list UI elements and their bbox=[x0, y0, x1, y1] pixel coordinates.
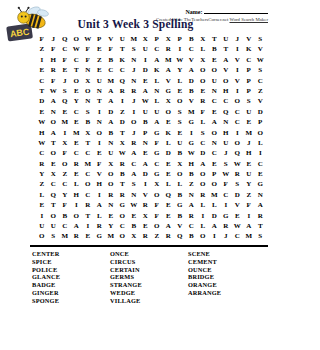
grid-cell-r19c7[interactable]: Y bbox=[105, 221, 117, 231]
grid-cell-r2c15[interactable]: L bbox=[197, 44, 209, 54]
grid-cell-r19c3[interactable]: C bbox=[59, 221, 71, 231]
grid-cell-r18c3[interactable]: B bbox=[59, 211, 71, 221]
grid-cell-r9c4[interactable]: E bbox=[71, 117, 83, 127]
grid-cell-r7c17[interactable]: C bbox=[220, 96, 232, 106]
grid-cell-r18c20[interactable]: R bbox=[255, 211, 267, 221]
grid-cell-r14c4[interactable]: E bbox=[71, 169, 83, 179]
grid-cell-r2c19[interactable]: K bbox=[243, 44, 255, 54]
grid-cell-r20c13[interactable]: Q bbox=[174, 231, 186, 241]
grid-cell-r9c20[interactable]: P bbox=[255, 117, 267, 127]
grid-cell-r16c17[interactable]: C bbox=[220, 190, 232, 200]
grid-cell-r18c6[interactable]: L bbox=[94, 211, 106, 221]
grid-cell-r15c20[interactable]: G bbox=[255, 179, 267, 189]
grid-cell-r1c2[interactable]: J bbox=[48, 34, 60, 44]
grid-cell-r9c15[interactable]: L bbox=[197, 117, 209, 127]
grid-cell-r1c8[interactable]: U bbox=[117, 34, 129, 44]
grid-cell-r11c11[interactable]: F bbox=[151, 138, 163, 148]
grid-cell-r16c9[interactable]: N bbox=[128, 190, 140, 200]
grid-cell-r1c16[interactable]: T bbox=[209, 34, 221, 44]
grid-cell-r14c20[interactable]: E bbox=[255, 169, 267, 179]
grid-cell-r7c19[interactable]: S bbox=[243, 96, 255, 106]
grid-cell-r20c20[interactable]: S bbox=[255, 231, 267, 241]
grid-cell-r17c4[interactable]: I bbox=[71, 200, 83, 210]
grid-cell-r16c15[interactable]: R bbox=[197, 190, 209, 200]
grid-cell-r1c20[interactable]: S bbox=[255, 34, 267, 44]
grid-cell-r19c6[interactable]: R bbox=[94, 221, 106, 231]
grid-cell-r17c8[interactable]: G bbox=[117, 200, 129, 210]
grid-cell-r2c2[interactable]: F bbox=[48, 44, 60, 54]
grid-cell-r17c12[interactable]: E bbox=[163, 200, 175, 210]
grid-cell-r17c7[interactable]: N bbox=[105, 200, 117, 210]
grid-cell-r8c7[interactable]: D bbox=[105, 107, 117, 117]
grid-cell-r7c6[interactable]: T bbox=[94, 96, 106, 106]
grid-cell-r15c3[interactable]: C bbox=[59, 179, 71, 189]
grid-cell-r3c3[interactable]: F bbox=[59, 55, 71, 65]
grid-cell-r5c12[interactable]: V bbox=[163, 76, 175, 86]
grid-cell-r6c2[interactable]: W bbox=[48, 86, 60, 96]
grid-cell-r4c5[interactable]: N bbox=[82, 65, 94, 75]
grid-cell-r8c4[interactable]: C bbox=[71, 107, 83, 117]
grid-cell-r14c11[interactable]: G bbox=[151, 169, 163, 179]
grid-cell-r11c20[interactable]: L bbox=[255, 138, 267, 148]
grid-cell-r19c8[interactable]: C bbox=[117, 221, 129, 231]
grid-cell-r1c18[interactable]: J bbox=[232, 34, 244, 44]
grid-cell-r16c20[interactable]: N bbox=[255, 190, 267, 200]
grid-cell-r8c9[interactable]: I bbox=[128, 107, 140, 117]
grid-cell-r17c14[interactable]: A bbox=[186, 200, 198, 210]
grid-cell-r4c15[interactable]: O bbox=[197, 65, 209, 75]
grid-cell-r6c16[interactable]: N bbox=[209, 86, 221, 96]
grid-cell-r13c11[interactable]: C bbox=[151, 159, 163, 169]
grid-cell-r6c7[interactable]: A bbox=[105, 86, 117, 96]
grid-cell-r1c6[interactable]: P bbox=[94, 34, 106, 44]
grid-cell-r20c7[interactable]: M bbox=[105, 231, 117, 241]
grid-cell-r17c18[interactable]: V bbox=[232, 200, 244, 210]
grid-cell-r4c14[interactable]: A bbox=[186, 65, 198, 75]
grid-cell-r11c9[interactable]: R bbox=[128, 138, 140, 148]
grid-cell-r12c5[interactable]: C bbox=[82, 148, 94, 158]
grid-cell-r2c5[interactable]: F bbox=[82, 44, 94, 54]
grid-cell-r10c12[interactable]: K bbox=[163, 128, 175, 138]
grid-cell-r12c10[interactable]: E bbox=[140, 148, 152, 158]
grid-cell-r4c17[interactable]: V bbox=[220, 65, 232, 75]
grid-cell-r18c9[interactable]: E bbox=[128, 211, 140, 221]
grid-cell-r4c20[interactable]: S bbox=[255, 65, 267, 75]
grid-cell-r15c9[interactable]: S bbox=[128, 179, 140, 189]
grid-cell-r15c10[interactable]: I bbox=[140, 179, 152, 189]
grid-cell-r5c5[interactable]: X bbox=[82, 76, 94, 86]
grid-cell-r11c4[interactable]: E bbox=[71, 138, 83, 148]
grid-cell-r13c7[interactable]: X bbox=[105, 159, 117, 169]
grid-cell-r11c3[interactable]: X bbox=[59, 138, 71, 148]
grid-cell-r18c1[interactable]: I bbox=[36, 211, 48, 221]
grid-cell-r20c11[interactable]: Z bbox=[151, 231, 163, 241]
grid-cell-r9c18[interactable]: C bbox=[232, 117, 244, 127]
grid-cell-r9c10[interactable]: B bbox=[140, 117, 152, 127]
grid-cell-r3c9[interactable]: N bbox=[128, 55, 140, 65]
grid-cell-r15c13[interactable]: L bbox=[174, 179, 186, 189]
grid-cell-r11c7[interactable]: N bbox=[105, 138, 117, 148]
grid-cell-r14c16[interactable]: P bbox=[209, 169, 221, 179]
grid-cell-r5c14[interactable]: D bbox=[186, 76, 198, 86]
grid-cell-r13c14[interactable]: H bbox=[186, 159, 198, 169]
grid-cell-r9c9[interactable]: O bbox=[128, 117, 140, 127]
grid-cell-r15c6[interactable]: H bbox=[94, 179, 106, 189]
grid-cell-r4c16[interactable]: O bbox=[209, 65, 221, 75]
grid-cell-r10c2[interactable]: A bbox=[48, 128, 60, 138]
grid-cell-r4c19[interactable]: P bbox=[243, 65, 255, 75]
grid-cell-r10c15[interactable]: S bbox=[197, 128, 209, 138]
grid-cell-r16c8[interactable]: R bbox=[117, 190, 129, 200]
grid-cell-r14c7[interactable]: O bbox=[105, 169, 117, 179]
grid-cell-r19c18[interactable]: W bbox=[232, 221, 244, 231]
grid-cell-r7c8[interactable]: I bbox=[117, 96, 129, 106]
grid-cell-r12c20[interactable]: I bbox=[255, 148, 267, 158]
grid-cell-r4c4[interactable]: T bbox=[71, 65, 83, 75]
grid-cell-r8c12[interactable]: O bbox=[163, 107, 175, 117]
grid-cell-r13c2[interactable]: E bbox=[48, 159, 60, 169]
grid-cell-r8c1[interactable]: E bbox=[36, 107, 48, 117]
grid-cell-r12c3[interactable]: F bbox=[59, 148, 71, 158]
grid-cell-r2c1[interactable]: Z bbox=[36, 44, 48, 54]
grid-cell-r9c3[interactable]: M bbox=[59, 117, 71, 127]
grid-cell-r15c4[interactable]: L bbox=[71, 179, 83, 189]
grid-cell-r10c14[interactable]: I bbox=[186, 128, 198, 138]
grid-cell-r6c13[interactable]: E bbox=[174, 86, 186, 96]
grid-cell-r9c5[interactable]: B bbox=[82, 117, 94, 127]
grid-cell-r5c8[interactable]: Q bbox=[117, 76, 129, 86]
grid-cell-r9c2[interactable]: O bbox=[48, 117, 60, 127]
grid-cell-r4c9[interactable]: J bbox=[128, 65, 140, 75]
grid-cell-r6c19[interactable]: P bbox=[243, 86, 255, 96]
grid-cell-r4c6[interactable]: E bbox=[94, 65, 106, 75]
grid-cell-r13c9[interactable]: C bbox=[128, 159, 140, 169]
word-search-grid[interactable]: FJQOWPVUMXPXPBXTUJVSZFCWFEFTSUCRICLBTIKV… bbox=[36, 34, 266, 242]
grid-cell-r12c11[interactable]: G bbox=[151, 148, 163, 158]
grid-cell-r1c5[interactable]: W bbox=[82, 34, 94, 44]
grid-cell-r11c10[interactable]: N bbox=[140, 138, 152, 148]
grid-cell-r2c7[interactable]: F bbox=[105, 44, 117, 54]
grid-cell-r10c13[interactable]: E bbox=[174, 128, 186, 138]
grid-cell-r14c15[interactable]: O bbox=[197, 169, 209, 179]
grid-cell-r19c17[interactable]: R bbox=[220, 221, 232, 231]
grid-cell-r20c5[interactable]: E bbox=[82, 231, 94, 241]
grid-cell-r11c8[interactable]: X bbox=[117, 138, 129, 148]
name-blank-line[interactable] bbox=[204, 7, 268, 14]
grid-cell-r11c14[interactable]: G bbox=[186, 138, 198, 148]
grid-cell-r16c7[interactable]: R bbox=[105, 190, 117, 200]
grid-cell-r2c4[interactable]: W bbox=[71, 44, 83, 54]
grid-cell-r12c19[interactable]: H bbox=[243, 148, 255, 158]
grid-cell-r7c3[interactable]: Q bbox=[59, 96, 71, 106]
grid-cell-r4c18[interactable]: I bbox=[232, 65, 244, 75]
grid-cell-r13c3[interactable]: O bbox=[59, 159, 71, 169]
grid-cell-r17c2[interactable]: T bbox=[48, 200, 60, 210]
grid-cell-r1c12[interactable]: X bbox=[163, 34, 175, 44]
grid-cell-r13c16[interactable]: E bbox=[209, 159, 221, 169]
grid-cell-r3c7[interactable]: B bbox=[105, 55, 117, 65]
grid-cell-r17c19[interactable]: F bbox=[243, 200, 255, 210]
grid-cell-r14c2[interactable]: X bbox=[48, 169, 60, 179]
grid-cell-r6c8[interactable]: R bbox=[117, 86, 129, 96]
grid-cell-r5c17[interactable]: O bbox=[220, 76, 232, 86]
grid-cell-r16c16[interactable]: M bbox=[209, 190, 221, 200]
grid-cell-r17c16[interactable]: L bbox=[209, 200, 221, 210]
grid-cell-r18c17[interactable]: G bbox=[220, 211, 232, 221]
grid-cell-r17c9[interactable]: W bbox=[128, 200, 140, 210]
grid-cell-r17c15[interactable]: L bbox=[197, 200, 209, 210]
grid-cell-r6c11[interactable]: N bbox=[151, 86, 163, 96]
grid-cell-r19c4[interactable]: A bbox=[71, 221, 83, 231]
grid-cell-r1c7[interactable]: V bbox=[105, 34, 117, 44]
grid-cell-r14c14[interactable]: B bbox=[186, 169, 198, 179]
grid-cell-r8c17[interactable]: Q bbox=[220, 107, 232, 117]
grid-cell-r11c12[interactable]: L bbox=[163, 138, 175, 148]
grid-cell-r5c7[interactable]: M bbox=[105, 76, 117, 86]
grid-cell-r20c18[interactable]: C bbox=[232, 231, 244, 241]
grid-cell-r2c8[interactable]: T bbox=[117, 44, 129, 54]
grid-cell-r3c5[interactable]: F bbox=[82, 55, 94, 65]
grid-cell-r6c1[interactable]: T bbox=[36, 86, 48, 96]
grid-cell-r6c5[interactable]: O bbox=[82, 86, 94, 96]
grid-cell-r7c11[interactable]: L bbox=[151, 96, 163, 106]
grid-cell-r16c4[interactable]: H bbox=[71, 190, 83, 200]
grid-cell-r16c14[interactable]: N bbox=[186, 190, 198, 200]
grid-cell-r3c4[interactable]: C bbox=[71, 55, 83, 65]
grid-cell-r3c8[interactable]: K bbox=[117, 55, 129, 65]
grid-cell-r9c11[interactable]: A bbox=[151, 117, 163, 127]
grid-cell-r5c6[interactable]: U bbox=[94, 76, 106, 86]
grid-cell-r6c15[interactable]: E bbox=[197, 86, 209, 96]
grid-cell-r8c10[interactable]: U bbox=[140, 107, 152, 117]
grid-cell-r6c9[interactable]: R bbox=[128, 86, 140, 96]
grid-cell-r9c7[interactable]: A bbox=[105, 117, 117, 127]
grid-cell-r12c8[interactable]: W bbox=[117, 148, 129, 158]
grid-cell-r2c17[interactable]: T bbox=[220, 44, 232, 54]
grid-cell-r1c14[interactable]: B bbox=[186, 34, 198, 44]
grid-cell-r18c10[interactable]: X bbox=[140, 211, 152, 221]
grid-cell-r9c17[interactable]: N bbox=[220, 117, 232, 127]
grid-cell-r11c5[interactable]: T bbox=[82, 138, 94, 148]
grid-cell-r13c17[interactable]: S bbox=[220, 159, 232, 169]
grid-cell-r13c18[interactable]: W bbox=[232, 159, 244, 169]
grid-cell-r5c16[interactable]: U bbox=[209, 76, 221, 86]
grid-cell-r16c5[interactable]: C bbox=[82, 190, 94, 200]
grid-cell-r12c12[interactable]: D bbox=[163, 148, 175, 158]
grid-cell-r5c19[interactable]: P bbox=[243, 76, 255, 86]
grid-cell-r7c16[interactable]: C bbox=[209, 96, 221, 106]
grid-cell-r16c18[interactable]: D bbox=[232, 190, 244, 200]
grid-cell-r10c20[interactable]: O bbox=[255, 128, 267, 138]
grid-cell-r7c15[interactable]: R bbox=[197, 96, 209, 106]
grid-cell-r3c6[interactable]: Z bbox=[94, 55, 106, 65]
grid-cell-r16c12[interactable]: Q bbox=[163, 190, 175, 200]
grid-cell-r15c11[interactable]: X bbox=[151, 179, 163, 189]
grid-cell-r3c1[interactable]: I bbox=[36, 55, 48, 65]
grid-cell-r12c6[interactable]: E bbox=[94, 148, 106, 158]
grid-cell-r6c10[interactable]: A bbox=[140, 86, 152, 96]
grid-cell-r3c11[interactable]: A bbox=[151, 55, 163, 65]
grid-cell-r20c14[interactable]: B bbox=[186, 231, 198, 241]
grid-cell-r8c5[interactable]: S bbox=[82, 107, 94, 117]
grid-cell-r19c16[interactable]: A bbox=[209, 221, 221, 231]
grid-cell-r14c18[interactable]: R bbox=[232, 169, 244, 179]
grid-cell-r15c14[interactable]: Z bbox=[186, 179, 198, 189]
grid-cell-r3c19[interactable]: C bbox=[243, 55, 255, 65]
grid-cell-r11c16[interactable]: N bbox=[209, 138, 221, 148]
grid-cell-r4c8[interactable]: C bbox=[117, 65, 129, 75]
grid-cell-r11c18[interactable]: O bbox=[232, 138, 244, 148]
grid-cell-r18c8[interactable]: O bbox=[117, 211, 129, 221]
grid-cell-r19c2[interactable]: U bbox=[48, 221, 60, 231]
grid-cell-r14c13[interactable]: O bbox=[174, 169, 186, 179]
grid-cell-r19c10[interactable]: E bbox=[140, 221, 152, 231]
grid-cell-r13c15[interactable]: A bbox=[197, 159, 209, 169]
grid-cell-r2c3[interactable]: C bbox=[59, 44, 71, 54]
grid-cell-r19c5[interactable]: I bbox=[82, 221, 94, 231]
grid-cell-r9c1[interactable]: W bbox=[36, 117, 48, 127]
grid-cell-r20c2[interactable]: S bbox=[48, 231, 60, 241]
grid-cell-r9c12[interactable]: E bbox=[163, 117, 175, 127]
grid-cell-r10c17[interactable]: H bbox=[220, 128, 232, 138]
grid-cell-r20c4[interactable]: R bbox=[71, 231, 83, 241]
grid-cell-r13c6[interactable]: F bbox=[94, 159, 106, 169]
grid-cell-r11c2[interactable]: T bbox=[48, 138, 60, 148]
grid-cell-r11c13[interactable]: U bbox=[174, 138, 186, 148]
grid-cell-r5c10[interactable]: E bbox=[140, 76, 152, 86]
grid-cell-r15c18[interactable]: S bbox=[232, 179, 244, 189]
grid-cell-r2c13[interactable]: I bbox=[174, 44, 186, 54]
grid-cell-r3c10[interactable]: I bbox=[140, 55, 152, 65]
grid-cell-r18c19[interactable]: I bbox=[243, 211, 255, 221]
grid-cell-r3c14[interactable]: V bbox=[186, 55, 198, 65]
grid-cell-r14c6[interactable]: V bbox=[94, 169, 106, 179]
grid-cell-r15c5[interactable]: O bbox=[82, 179, 94, 189]
grid-cell-r7c10[interactable]: W bbox=[140, 96, 152, 106]
grid-cell-r6c17[interactable]: H bbox=[220, 86, 232, 96]
grid-cell-r1c10[interactable]: X bbox=[140, 34, 152, 44]
grid-cell-r7c7[interactable]: A bbox=[105, 96, 117, 106]
grid-cell-r8c8[interactable]: Z bbox=[117, 107, 129, 117]
grid-cell-r10c18[interactable]: I bbox=[232, 128, 244, 138]
grid-cell-r8c14[interactable]: M bbox=[186, 107, 198, 117]
grid-cell-r17c17[interactable]: I bbox=[220, 200, 232, 210]
grid-cell-r20c19[interactable]: M bbox=[243, 231, 255, 241]
grid-cell-r4c7[interactable]: C bbox=[105, 65, 117, 75]
grid-cell-r13c12[interactable]: E bbox=[163, 159, 175, 169]
grid-cell-r12c4[interactable]: C bbox=[71, 148, 83, 158]
grid-cell-r19c14[interactable]: C bbox=[186, 221, 198, 231]
grid-cell-r6c18[interactable]: I bbox=[232, 86, 244, 96]
grid-cell-r9c14[interactable]: G bbox=[186, 117, 198, 127]
grid-cell-r1c15[interactable]: X bbox=[197, 34, 209, 44]
grid-cell-r20c10[interactable]: R bbox=[140, 231, 152, 241]
grid-cell-r7c5[interactable]: N bbox=[82, 96, 94, 106]
grid-cell-r4c10[interactable]: D bbox=[140, 65, 152, 75]
grid-cell-r15c7[interactable]: O bbox=[105, 179, 117, 189]
grid-cell-r1c19[interactable]: V bbox=[243, 34, 255, 44]
grid-cell-r18c16[interactable]: D bbox=[209, 211, 221, 221]
grid-cell-r17c20[interactable]: A bbox=[255, 200, 267, 210]
grid-cell-r12c1[interactable]: C bbox=[36, 148, 48, 158]
grid-cell-r19c1[interactable]: U bbox=[36, 221, 48, 231]
grid-cell-r2c20[interactable]: V bbox=[255, 44, 267, 54]
grid-cell-r15c19[interactable]: Y bbox=[243, 179, 255, 189]
grid-cell-r16c19[interactable]: Z bbox=[243, 190, 255, 200]
grid-cell-r7c4[interactable]: Y bbox=[71, 96, 83, 106]
grid-cell-r16c10[interactable]: V bbox=[140, 190, 152, 200]
grid-cell-r2c14[interactable]: C bbox=[186, 44, 198, 54]
grid-cell-r18c2[interactable]: O bbox=[48, 211, 60, 221]
grid-cell-r3c20[interactable]: W bbox=[255, 55, 267, 65]
grid-cell-r4c12[interactable]: A bbox=[163, 65, 175, 75]
grid-cell-r7c9[interactable]: J bbox=[128, 96, 140, 106]
grid-cell-r8c2[interactable]: N bbox=[48, 107, 60, 117]
grid-cell-r4c13[interactable]: Y bbox=[174, 65, 186, 75]
grid-cell-r18c13[interactable]: B bbox=[174, 211, 186, 221]
grid-cell-r4c2[interactable]: R bbox=[48, 65, 60, 75]
grid-cell-r19c13[interactable]: V bbox=[174, 221, 186, 231]
grid-cell-r10c5[interactable]: X bbox=[82, 128, 94, 138]
grid-cell-r9c13[interactable]: S bbox=[174, 117, 186, 127]
grid-cell-r14c5[interactable]: C bbox=[82, 169, 94, 179]
grid-cell-r20c8[interactable]: O bbox=[117, 231, 129, 241]
grid-cell-r4c11[interactable]: K bbox=[151, 65, 163, 75]
grid-cell-r15c8[interactable]: T bbox=[117, 179, 129, 189]
grid-cell-r5c1[interactable]: C bbox=[36, 76, 48, 86]
grid-cell-r16c11[interactable]: O bbox=[151, 190, 163, 200]
grid-cell-r11c19[interactable]: J bbox=[243, 138, 255, 148]
grid-cell-r14c10[interactable]: D bbox=[140, 169, 152, 179]
grid-cell-r12c18[interactable]: Q bbox=[232, 148, 244, 158]
grid-cell-r4c1[interactable]: E bbox=[36, 65, 48, 75]
grid-cell-r1c17[interactable]: U bbox=[220, 34, 232, 44]
grid-cell-r3c12[interactable]: M bbox=[163, 55, 175, 65]
grid-cell-r6c3[interactable]: S bbox=[59, 86, 71, 96]
grid-cell-r15c2[interactable]: C bbox=[48, 179, 60, 189]
grid-cell-r6c6[interactable]: N bbox=[94, 86, 106, 96]
grid-cell-r2c6[interactable]: E bbox=[94, 44, 106, 54]
grid-cell-r18c5[interactable]: T bbox=[82, 211, 94, 221]
grid-cell-r5c13[interactable]: L bbox=[174, 76, 186, 86]
grid-cell-r20c3[interactable]: M bbox=[59, 231, 71, 241]
grid-cell-r12c15[interactable]: D bbox=[197, 148, 209, 158]
grid-cell-r14c9[interactable]: A bbox=[128, 169, 140, 179]
grid-cell-r18c12[interactable]: E bbox=[163, 211, 175, 221]
grid-cell-r1c11[interactable]: P bbox=[151, 34, 163, 44]
grid-cell-r14c1[interactable]: Y bbox=[36, 169, 48, 179]
grid-cell-r8c20[interactable]: D bbox=[255, 107, 267, 117]
grid-cell-r2c11[interactable]: C bbox=[151, 44, 163, 54]
grid-cell-r20c6[interactable]: G bbox=[94, 231, 106, 241]
grid-cell-r6c12[interactable]: G bbox=[163, 86, 175, 96]
grid-cell-r19c12[interactable]: A bbox=[163, 221, 175, 231]
grid-cell-r5c4[interactable]: O bbox=[71, 76, 83, 86]
grid-cell-r7c20[interactable]: V bbox=[255, 96, 267, 106]
grid-cell-r20c17[interactable]: J bbox=[220, 231, 232, 241]
grid-cell-r17c5[interactable]: R bbox=[82, 200, 94, 210]
grid-cell-r12c7[interactable]: U bbox=[105, 148, 117, 158]
grid-cell-r14c19[interactable]: U bbox=[243, 169, 255, 179]
grid-cell-r16c13[interactable]: B bbox=[174, 190, 186, 200]
grid-cell-r17c6[interactable]: A bbox=[94, 200, 106, 210]
grid-cell-r1c9[interactable]: M bbox=[128, 34, 140, 44]
grid-cell-r6c14[interactable]: B bbox=[186, 86, 198, 96]
grid-cell-r14c17[interactable]: W bbox=[220, 169, 232, 179]
grid-cell-r5c11[interactable]: L bbox=[151, 76, 163, 86]
grid-cell-r3c15[interactable]: X bbox=[197, 55, 209, 65]
grid-cell-r10c1[interactable]: H bbox=[36, 128, 48, 138]
